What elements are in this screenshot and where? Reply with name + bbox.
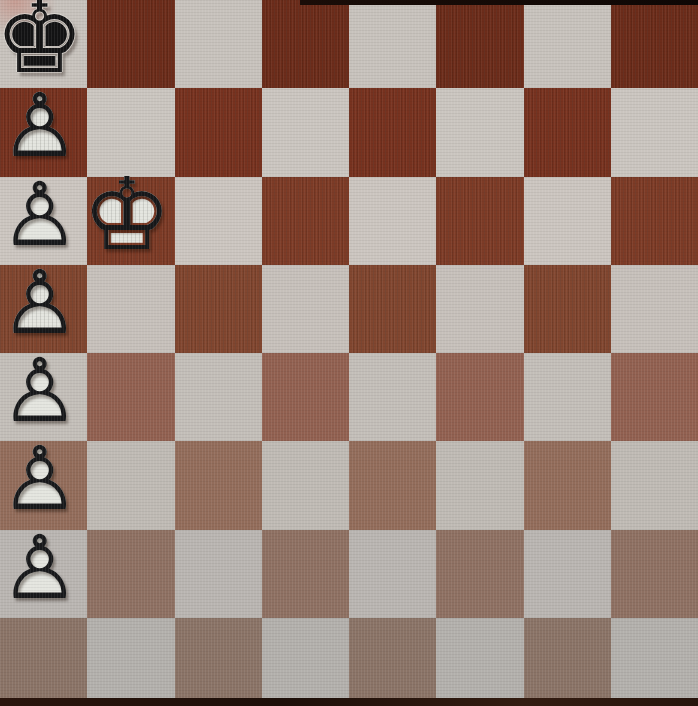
white-king[interactable]: ♚♔	[83, 175, 170, 263]
square-b8[interactable]	[87, 0, 174, 88]
square-f3[interactable]	[436, 441, 523, 529]
square-g7[interactable]	[524, 88, 611, 176]
square-c8[interactable]	[175, 0, 262, 88]
square-f8[interactable]	[436, 0, 523, 88]
square-c5[interactable]	[175, 265, 262, 353]
square-b3[interactable]	[87, 441, 174, 529]
square-c2[interactable]	[175, 530, 262, 618]
white-pawn-outline-icon: ♙	[0, 524, 79, 612]
square-e1[interactable]	[349, 618, 436, 706]
white-pawn[interactable]: ♟♙	[0, 86, 83, 174]
square-b1[interactable]	[87, 618, 174, 706]
square-c4[interactable]	[175, 353, 262, 441]
square-e5[interactable]	[349, 265, 436, 353]
square-e4[interactable]	[349, 353, 436, 441]
white-pawn-outline-icon: ♙	[0, 83, 79, 171]
white-pawn-outline-icon: ♙	[0, 171, 79, 259]
square-e2[interactable]	[349, 530, 436, 618]
square-h8[interactable]	[611, 0, 698, 88]
square-d8[interactable]	[262, 0, 349, 88]
white-pawn[interactable]: ♟♙	[0, 439, 83, 527]
square-e7[interactable]	[349, 88, 436, 176]
square-f7[interactable]	[436, 88, 523, 176]
white-king-outline-icon: ♔	[82, 165, 172, 265]
square-g2[interactable]	[524, 530, 611, 618]
square-g1[interactable]	[524, 618, 611, 706]
white-pawn[interactable]: ♟♙	[0, 528, 83, 616]
square-a1[interactable]	[0, 618, 87, 706]
square-d2[interactable]	[262, 530, 349, 618]
square-e6[interactable]	[349, 177, 436, 265]
square-b2[interactable]	[87, 530, 174, 618]
black-king[interactable]: ♚	[0, 0, 83, 86]
square-f4[interactable]	[436, 353, 523, 441]
square-b5[interactable]	[87, 265, 174, 353]
white-pawn[interactable]: ♟♙	[0, 263, 83, 351]
square-g8[interactable]	[524, 0, 611, 88]
square-h5[interactable]	[611, 265, 698, 353]
square-g6[interactable]	[524, 177, 611, 265]
square-h7[interactable]	[611, 88, 698, 176]
square-f2[interactable]	[436, 530, 523, 618]
white-pawn-outline-icon: ♙	[0, 348, 79, 436]
square-b6[interactable]: ♚♔	[87, 177, 174, 265]
square-d6[interactable]	[262, 177, 349, 265]
square-h6[interactable]	[611, 177, 698, 265]
square-d7[interactable]	[262, 88, 349, 176]
square-b4[interactable]	[87, 353, 174, 441]
square-g3[interactable]	[524, 441, 611, 529]
square-g5[interactable]	[524, 265, 611, 353]
square-d1[interactable]	[262, 618, 349, 706]
square-c6[interactable]	[175, 177, 262, 265]
square-f1[interactable]	[436, 618, 523, 706]
white-pawn-outline-icon: ♙	[0, 259, 79, 347]
square-e8[interactable]	[349, 0, 436, 88]
white-pawn[interactable]: ♟♙	[0, 175, 83, 263]
square-h2[interactable]	[611, 530, 698, 618]
square-d3[interactable]	[262, 441, 349, 529]
square-f5[interactable]	[436, 265, 523, 353]
square-c3[interactable]	[175, 441, 262, 529]
square-c7[interactable]	[175, 88, 262, 176]
square-h3[interactable]	[611, 441, 698, 529]
square-d4[interactable]	[262, 353, 349, 441]
square-d5[interactable]	[262, 265, 349, 353]
chess-board: ♚♟♙♟♙♚♔♟♙♟♙♟♙♟♙	[0, 0, 698, 706]
square-e3[interactable]	[349, 441, 436, 529]
square-h1[interactable]	[611, 618, 698, 706]
white-pawn[interactable]: ♟♙	[0, 351, 83, 439]
square-a2[interactable]: ♟♙	[0, 530, 87, 618]
square-g4[interactable]	[524, 353, 611, 441]
white-pawn-outline-icon: ♙	[0, 436, 79, 524]
square-f6[interactable]	[436, 177, 523, 265]
square-h4[interactable]	[611, 353, 698, 441]
square-c1[interactable]	[175, 618, 262, 706]
